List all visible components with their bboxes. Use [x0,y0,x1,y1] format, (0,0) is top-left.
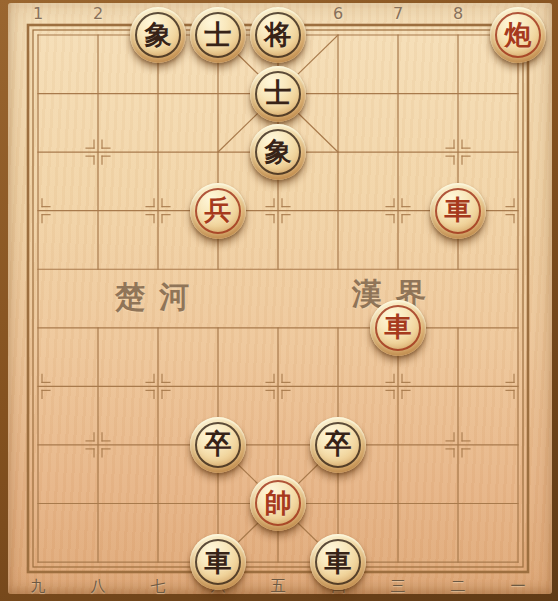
piece-black-elephant[interactable]: 象 [250,124,306,180]
file-label-top-6: 6 [333,4,343,23]
piece-glyph: 炮 [505,21,532,48]
piece-black-elephant[interactable]: 象 [130,7,186,63]
piece-black-chariot[interactable]: 車 [190,534,246,590]
piece-red-cannon[interactable]: 炮 [490,7,546,63]
piece-glyph: 象 [265,138,292,165]
file-label-top-1: 1 [33,4,43,23]
file-label-bottom-7: 三 [391,577,406,596]
piece-glyph: 将 [265,21,292,48]
piece-black-chariot[interactable]: 車 [310,534,366,590]
file-label-bottom-5: 五 [271,577,286,596]
piece-black-general[interactable]: 将 [250,7,306,63]
file-label-bottom-9: 一 [511,577,526,596]
piece-black-advisor[interactable]: 士 [190,7,246,63]
piece-glyph: 士 [265,79,292,106]
piece-red-chariot[interactable]: 車 [370,300,426,356]
piece-glyph: 帥 [265,489,292,516]
piece-glyph: 士 [205,21,232,48]
piece-glyph: 車 [325,548,352,575]
file-label-top-2: 2 [93,4,103,23]
piece-black-soldier[interactable]: 卒 [310,417,366,473]
piece-glyph: 卒 [325,430,352,457]
file-label-bottom-2: 八 [91,577,106,596]
file-label-top-7: 7 [393,4,403,23]
piece-glyph: 卒 [205,430,232,457]
file-label-bottom-8: 二 [451,577,466,596]
piece-glyph: 兵 [205,196,232,223]
piece-glyph: 車 [445,196,472,223]
piece-red-soldier[interactable]: 兵 [190,183,246,239]
river-label-chu-he: 楚河 [115,277,203,318]
file-label-top-8: 8 [453,4,463,23]
file-label-bottom-3: 七 [151,577,166,596]
file-label-bottom-1: 九 [31,577,46,596]
xiangqi-board-window: 123456789 楚河 漢界 象士将炮士象兵車車卒卒帥車車 九八七六五四三二一 [0,0,558,601]
piece-black-soldier[interactable]: 卒 [190,417,246,473]
piece-black-advisor[interactable]: 士 [250,66,306,122]
piece-red-chariot[interactable]: 車 [430,183,486,239]
piece-glyph: 象 [145,21,172,48]
piece-glyph: 車 [385,313,412,340]
piece-glyph: 車 [205,548,232,575]
